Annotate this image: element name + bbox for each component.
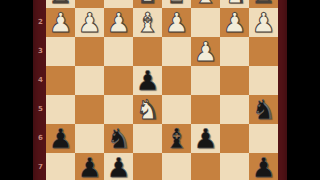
white-bishop: ♝ bbox=[135, 8, 159, 37]
rank-label-3: 3 bbox=[36, 47, 45, 55]
square-g6[interactable] bbox=[75, 124, 104, 153]
square-d3[interactable] bbox=[162, 37, 191, 66]
square-d5[interactable] bbox=[162, 95, 191, 124]
white-pawn: ♟ bbox=[251, 8, 275, 37]
white-pawn: ♟ bbox=[106, 8, 130, 37]
white-pawn: ♟ bbox=[193, 37, 217, 66]
black-pawn: ♟ bbox=[106, 153, 130, 180]
rank-label-4: 4 bbox=[36, 76, 45, 84]
square-c7[interactable] bbox=[191, 153, 220, 180]
square-c2[interactable] bbox=[191, 8, 220, 37]
white-pawn: ♟ bbox=[77, 8, 101, 37]
black-pawn: ♟ bbox=[135, 66, 159, 95]
square-h6[interactable]: ♟ bbox=[46, 124, 75, 153]
square-a6[interactable] bbox=[249, 124, 278, 153]
square-f5[interactable] bbox=[104, 95, 133, 124]
black-pawn: ♟ bbox=[251, 153, 275, 180]
black-bishop: ♝ bbox=[164, 124, 188, 153]
square-h2[interactable]: ♟ bbox=[46, 8, 75, 37]
square-g7[interactable]: ♟ bbox=[75, 153, 104, 180]
square-a2[interactable]: ♟ bbox=[249, 8, 278, 37]
square-f2[interactable]: ♟ bbox=[104, 8, 133, 37]
square-a5[interactable]: ♞ bbox=[249, 95, 278, 124]
black-pawn: ♟ bbox=[48, 124, 72, 153]
square-c3[interactable]: ♟ bbox=[191, 37, 220, 66]
square-d6[interactable]: ♝ bbox=[162, 124, 191, 153]
square-b4[interactable] bbox=[220, 66, 249, 95]
square-b6[interactable] bbox=[220, 124, 249, 153]
square-g3[interactable] bbox=[75, 37, 104, 66]
square-h7[interactable] bbox=[46, 153, 75, 180]
black-knight: ♞ bbox=[251, 95, 275, 124]
square-a4[interactable] bbox=[249, 66, 278, 95]
square-c5[interactable] bbox=[191, 95, 220, 124]
square-f7[interactable]: ♟ bbox=[104, 153, 133, 180]
square-g2[interactable]: ♟ bbox=[75, 8, 104, 37]
square-c1[interactable]: ♝ bbox=[191, 0, 220, 8]
white-pawn: ♟ bbox=[164, 8, 188, 37]
board: ♜♚♛♝♞♜♟♟♟♝♟♟♟♟♟♞♞♟♞♝♟♟♟♟♜♚♛♝♜ bbox=[46, 0, 278, 180]
white-bishop: ♝ bbox=[193, 0, 217, 8]
square-d7[interactable] bbox=[162, 153, 191, 180]
square-a3[interactable] bbox=[249, 37, 278, 66]
square-e5[interactable]: ♞ bbox=[133, 95, 162, 124]
square-d4[interactable] bbox=[162, 66, 191, 95]
rank-label-5: 5 bbox=[36, 105, 45, 113]
square-f6[interactable]: ♞ bbox=[104, 124, 133, 153]
square-g5[interactable] bbox=[75, 95, 104, 124]
white-knight: ♞ bbox=[135, 95, 159, 124]
square-a7[interactable]: ♟ bbox=[249, 153, 278, 180]
rank-label-2: 2 bbox=[36, 18, 45, 26]
screenshot-stage: ♜♚♛♝♞♜♟♟♟♝♟♟♟♟♟♞♞♟♞♝♟♟♟♟♜♚♛♝♜ 12345678 bbox=[0, 0, 320, 180]
black-pawn: ♟ bbox=[193, 124, 217, 153]
square-g4[interactable] bbox=[75, 66, 104, 95]
square-b2[interactable]: ♟ bbox=[220, 8, 249, 37]
rank-label-6: 6 bbox=[36, 134, 45, 142]
square-c4[interactable] bbox=[191, 66, 220, 95]
square-c6[interactable]: ♟ bbox=[191, 124, 220, 153]
square-d2[interactable]: ♟ bbox=[162, 8, 191, 37]
square-b5[interactable] bbox=[220, 95, 249, 124]
rank-label-7: 7 bbox=[36, 163, 45, 171]
square-f4[interactable] bbox=[104, 66, 133, 95]
square-e6[interactable] bbox=[133, 124, 162, 153]
white-pawn: ♟ bbox=[222, 8, 246, 37]
square-e2[interactable]: ♝ bbox=[133, 8, 162, 37]
square-h3[interactable] bbox=[46, 37, 75, 66]
square-f3[interactable] bbox=[104, 37, 133, 66]
black-pawn: ♟ bbox=[77, 153, 101, 180]
square-e4[interactable]: ♟ bbox=[133, 66, 162, 95]
square-b7[interactable] bbox=[220, 153, 249, 180]
square-e3[interactable] bbox=[133, 37, 162, 66]
square-h4[interactable] bbox=[46, 66, 75, 95]
white-pawn: ♟ bbox=[48, 8, 72, 37]
square-b3[interactable] bbox=[220, 37, 249, 66]
square-h5[interactable] bbox=[46, 95, 75, 124]
black-knight: ♞ bbox=[106, 124, 130, 153]
square-e7[interactable] bbox=[133, 153, 162, 180]
